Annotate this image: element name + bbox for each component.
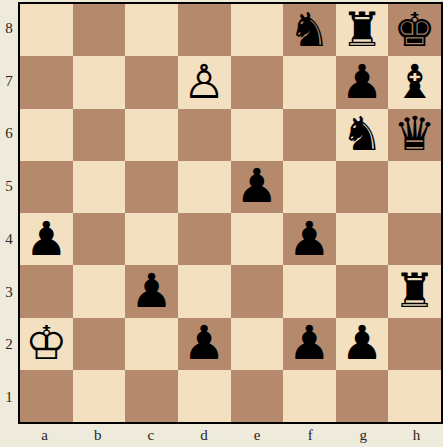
black-pawn: ♟ [236, 162, 278, 209]
black-pawn: ♟ [288, 319, 330, 366]
black-pawn: ♟ [288, 215, 330, 262]
square-e7[interactable] [231, 56, 284, 108]
black-king: ♚ [394, 6, 436, 53]
file-label-f: f [284, 424, 337, 447]
square-a5[interactable] [20, 161, 73, 213]
rank-label-5: 5 [0, 160, 18, 213]
square-e8[interactable] [231, 4, 284, 56]
square-c4[interactable] [125, 213, 178, 265]
square-g4[interactable] [336, 213, 389, 265]
rank-labels: 87654321 [0, 2, 18, 424]
square-a3[interactable] [20, 265, 73, 317]
square-d8[interactable] [178, 4, 231, 56]
square-a4[interactable]: ♟ [20, 213, 73, 265]
square-e3[interactable] [231, 265, 284, 317]
file-label-e: e [231, 424, 284, 447]
square-d4[interactable] [178, 213, 231, 265]
square-b4[interactable] [73, 213, 126, 265]
square-g7[interactable]: ♟ [336, 56, 389, 108]
square-d1[interactable] [178, 370, 231, 422]
rank-label-8: 8 [0, 2, 18, 55]
square-g3[interactable] [336, 265, 389, 317]
square-h2[interactable] [388, 318, 441, 370]
square-e2[interactable] [231, 318, 284, 370]
white-king: ♔ [25, 319, 67, 366]
square-b5[interactable] [73, 161, 126, 213]
square-f1[interactable] [283, 370, 336, 422]
file-label-c: c [124, 424, 177, 447]
black-pawn: ♟ [130, 267, 172, 314]
rank-label-2: 2 [0, 319, 18, 372]
square-a7[interactable] [20, 56, 73, 108]
square-b8[interactable] [73, 4, 126, 56]
square-d7[interactable]: ♙ [178, 56, 231, 108]
square-g5[interactable] [336, 161, 389, 213]
black-rook: ♜ [394, 267, 436, 314]
square-c3[interactable]: ♟ [125, 265, 178, 317]
square-b7[interactable] [73, 56, 126, 108]
square-h5[interactable] [388, 161, 441, 213]
rank-label-3: 3 [0, 266, 18, 319]
black-queen: ♛ [394, 110, 436, 157]
chess-board-diagram: 87654321 ♞♜♚♙♟♝♞♛♟♟♟♟♜♔♟♟♟ abcdefgh [0, 0, 443, 447]
square-b2[interactable] [73, 318, 126, 370]
square-c6[interactable] [125, 109, 178, 161]
file-label-d: d [177, 424, 230, 447]
square-d3[interactable] [178, 265, 231, 317]
black-knight: ♞ [288, 6, 330, 53]
black-pawn: ♟ [341, 58, 383, 105]
rank-label-1: 1 [0, 371, 18, 424]
file-labels: abcdefgh [18, 424, 443, 447]
file-label-h: h [390, 424, 443, 447]
square-h4[interactable] [388, 213, 441, 265]
square-c1[interactable] [125, 370, 178, 422]
square-f5[interactable] [283, 161, 336, 213]
file-label-b: b [71, 424, 124, 447]
square-d5[interactable] [178, 161, 231, 213]
board-grid: ♞♜♚♙♟♝♞♛♟♟♟♟♜♔♟♟♟ [18, 2, 443, 424]
square-f7[interactable] [283, 56, 336, 108]
black-pawn: ♟ [183, 319, 225, 366]
square-c2[interactable] [125, 318, 178, 370]
black-bishop: ♝ [394, 58, 436, 105]
square-e6[interactable] [231, 109, 284, 161]
square-f8[interactable]: ♞ [283, 4, 336, 56]
white-pawn: ♙ [183, 58, 225, 105]
square-d6[interactable] [178, 109, 231, 161]
square-f3[interactable] [283, 265, 336, 317]
square-h8[interactable]: ♚ [388, 4, 441, 56]
square-a1[interactable] [20, 370, 73, 422]
square-b6[interactable] [73, 109, 126, 161]
square-h1[interactable] [388, 370, 441, 422]
square-h6[interactable]: ♛ [388, 109, 441, 161]
black-knight: ♞ [341, 110, 383, 157]
rank-label-6: 6 [0, 108, 18, 161]
black-pawn: ♟ [341, 319, 383, 366]
square-b3[interactable] [73, 265, 126, 317]
square-g1[interactable] [336, 370, 389, 422]
square-b1[interactable] [73, 370, 126, 422]
square-g6[interactable]: ♞ [336, 109, 389, 161]
square-e1[interactable] [231, 370, 284, 422]
square-c7[interactable] [125, 56, 178, 108]
square-e5[interactable]: ♟ [231, 161, 284, 213]
file-label-g: g [337, 424, 390, 447]
square-g8[interactable]: ♜ [336, 4, 389, 56]
square-c5[interactable] [125, 161, 178, 213]
black-pawn: ♟ [25, 215, 67, 262]
square-a2[interactable]: ♔ [20, 318, 73, 370]
file-label-a: a [18, 424, 71, 447]
square-a8[interactable] [20, 4, 73, 56]
square-g2[interactable]: ♟ [336, 318, 389, 370]
rank-label-4: 4 [0, 213, 18, 266]
square-h3[interactable]: ♜ [388, 265, 441, 317]
square-f6[interactable] [283, 109, 336, 161]
rank-label-7: 7 [0, 55, 18, 108]
square-f2[interactable]: ♟ [283, 318, 336, 370]
square-e4[interactable] [231, 213, 284, 265]
square-a6[interactable] [20, 109, 73, 161]
square-h7[interactable]: ♝ [388, 56, 441, 108]
black-rook: ♜ [341, 6, 383, 53]
square-d2[interactable]: ♟ [178, 318, 231, 370]
square-c8[interactable] [125, 4, 178, 56]
square-f4[interactable]: ♟ [283, 213, 336, 265]
